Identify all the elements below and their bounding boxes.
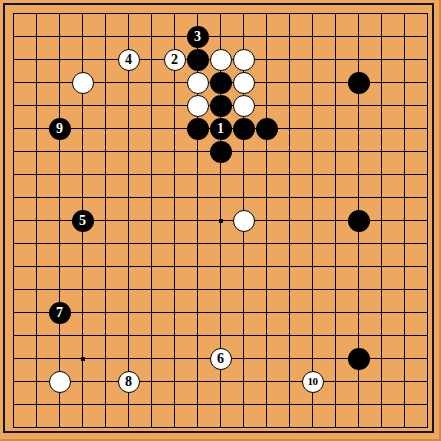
- white-stone[interactable]: [49, 371, 71, 393]
- white-stone-move-8[interactable]: 8: [118, 371, 140, 393]
- move-number-label: 1: [217, 122, 224, 136]
- black-stone[interactable]: [256, 118, 278, 140]
- black-stone-move-5[interactable]: 5: [72, 210, 94, 232]
- grid-line-horizontal: [13, 335, 428, 336]
- black-stone[interactable]: [348, 72, 370, 94]
- move-number-label: 6: [217, 352, 224, 366]
- black-stone-move-9[interactable]: 9: [49, 118, 71, 140]
- black-stone[interactable]: [210, 72, 232, 94]
- grid-line-horizontal: [13, 427, 428, 428]
- grid-line-horizontal: [13, 266, 428, 267]
- grid-line-vertical: [381, 13, 382, 428]
- white-stone[interactable]: [233, 49, 255, 71]
- move-number-label: 10: [308, 376, 318, 387]
- grid-line-vertical: [266, 13, 267, 428]
- black-stone[interactable]: [210, 95, 232, 117]
- move-number-label: 3: [194, 30, 201, 44]
- white-stone-move-4[interactable]: 4: [118, 49, 140, 71]
- move-number-label: 5: [79, 214, 86, 228]
- white-stone[interactable]: [233, 72, 255, 94]
- white-stone[interactable]: [233, 95, 255, 117]
- white-stone[interactable]: [72, 72, 94, 94]
- black-stone[interactable]: [348, 210, 370, 232]
- black-stone-move-1[interactable]: 1: [210, 118, 232, 140]
- grid-line-horizontal: [13, 404, 428, 405]
- black-stone[interactable]: [233, 118, 255, 140]
- grid-line-horizontal: [13, 243, 428, 244]
- star-point: [219, 219, 223, 223]
- grid-line-horizontal: [13, 381, 428, 382]
- grid-line-horizontal: [13, 312, 428, 313]
- move-number-label: 7: [56, 306, 63, 320]
- grid-line-vertical: [312, 13, 313, 428]
- black-stone-move-3[interactable]: 3: [187, 26, 209, 48]
- white-stone[interactable]: [187, 72, 209, 94]
- white-stone-move-10[interactable]: 10: [302, 371, 324, 393]
- grid-line-vertical: [335, 13, 336, 428]
- white-stone[interactable]: [233, 210, 255, 232]
- black-stone[interactable]: [187, 49, 209, 71]
- move-number-label: 8: [125, 375, 132, 389]
- grid-line-vertical: [404, 13, 405, 428]
- black-stone[interactable]: [187, 118, 209, 140]
- star-point: [81, 357, 85, 361]
- white-stone[interactable]: [210, 49, 232, 71]
- black-stone[interactable]: [210, 141, 232, 163]
- black-stone-move-7[interactable]: 7: [49, 302, 71, 324]
- white-stone[interactable]: [187, 95, 209, 117]
- go-board[interactable]: 34291576810: [0, 0, 441, 441]
- grid-line-vertical: [427, 13, 428, 428]
- move-number-label: 9: [56, 122, 63, 136]
- grid-line-vertical: [289, 13, 290, 428]
- white-stone-move-6[interactable]: 6: [210, 348, 232, 370]
- white-stone-move-2[interactable]: 2: [164, 49, 186, 71]
- move-number-label: 4: [125, 53, 132, 67]
- move-number-label: 2: [171, 53, 178, 67]
- black-stone[interactable]: [348, 348, 370, 370]
- grid-line-horizontal: [13, 289, 428, 290]
